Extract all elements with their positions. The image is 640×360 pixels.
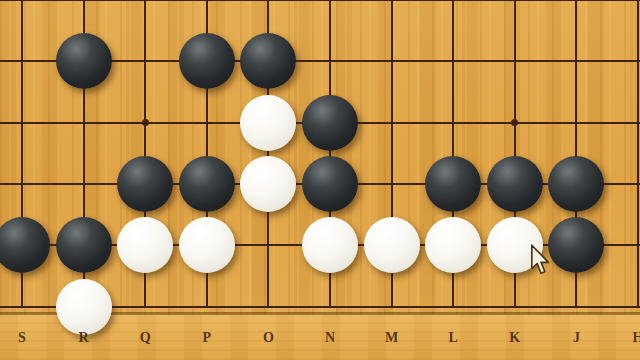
coord-label-k: K <box>502 330 528 346</box>
stone-black <box>302 156 358 212</box>
stone-white <box>56 279 112 335</box>
coord-label-o: O <box>255 330 281 346</box>
coord-label-n: N <box>317 330 343 346</box>
coord-label-m: M <box>379 330 405 346</box>
coord-label-p: P <box>194 330 220 346</box>
stone-black <box>117 156 173 212</box>
grid-line-vertical <box>637 0 639 308</box>
coord-label-l: L <box>440 330 466 346</box>
mouse-cursor-icon <box>531 244 550 275</box>
stone-white <box>364 217 420 273</box>
stone-black <box>425 156 481 212</box>
stone-white <box>179 217 235 273</box>
stone-white <box>302 217 358 273</box>
stone-black <box>56 217 112 273</box>
coord-label-h: H <box>625 330 640 346</box>
stone-black <box>56 33 112 89</box>
go-app-screen: SRQPONMLKJH <box>0 0 640 360</box>
coord-label-s: S <box>9 330 35 346</box>
stone-white <box>240 156 296 212</box>
stone-white <box>240 95 296 151</box>
stone-black <box>179 33 235 89</box>
stone-white <box>117 217 173 273</box>
coord-label-j: J <box>563 330 589 346</box>
coord-label-r: R <box>71 330 97 346</box>
stone-black <box>487 156 543 212</box>
stone-black <box>302 95 358 151</box>
stone-white <box>425 217 481 273</box>
star-point <box>142 119 149 126</box>
stone-black <box>548 156 604 212</box>
stone-black <box>179 156 235 212</box>
coord-label-q: Q <box>132 330 158 346</box>
grid-line-horizontal <box>0 0 640 1</box>
